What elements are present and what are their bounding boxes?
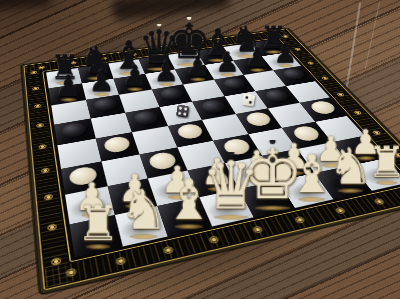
white-checker-b4[interactable] <box>102 135 131 154</box>
white-bishop-c1[interactable]: ♝ <box>163 172 213 228</box>
black-checker-c5[interactable] <box>132 109 160 126</box>
white-checker-d4[interactable] <box>175 123 205 141</box>
black-pawn-d7[interactable]: ♟ <box>154 57 179 85</box>
black-checker-f6[interactable] <box>221 77 248 91</box>
white-rook-a1[interactable]: ♜ <box>76 199 120 248</box>
black-checker-d6[interactable] <box>158 87 185 102</box>
black-pawn-h7[interactable]: ♟ <box>274 40 298 67</box>
white-checker-h4[interactable] <box>307 100 338 116</box>
black-pawn-b7[interactable]: ♟ <box>89 66 115 95</box>
square-b1[interactable]: ♞ <box>114 206 168 247</box>
chess-board: ♜♞♝♛♚♝♞♜♟♟♟♟♟♟♟♟♟♟♟♟♟♟♟♟♜♞♝♛♚♝♞♜ <box>22 28 400 294</box>
black-pawn-e7[interactable]: ♟ <box>185 52 210 80</box>
black-checker-b6[interactable] <box>92 97 118 113</box>
black-checker-h6[interactable] <box>280 68 308 81</box>
black-checker-g5[interactable] <box>263 88 292 103</box>
square-a1[interactable]: ♜ <box>70 215 123 258</box>
black-pawn-c7[interactable]: ♟ <box>122 62 148 91</box>
black-pawn-g7[interactable]: ♟ <box>245 44 269 71</box>
white-die[interactable] <box>242 93 255 106</box>
white-knight-b1[interactable]: ♞ <box>120 183 169 238</box>
black-pawn-a7[interactable]: ♟ <box>55 71 81 100</box>
black-checker-a5[interactable] <box>61 121 88 139</box>
black-die[interactable] <box>176 104 190 118</box>
white-checker-f4[interactable] <box>243 111 274 128</box>
black-checker-e5[interactable] <box>199 98 228 114</box>
square-a6[interactable] <box>51 100 90 124</box>
scene: ♜♞♝♛♚♝♞♜♟♟♟♟♟♟♟♟♟♟♟♟♟♟♟♟♜♞♝♛♚♝♞♜ <box>0 0 400 299</box>
square-a7[interactable]: ♟ <box>49 83 86 105</box>
board-grid: ♜♞♝♛♚♝♞♜♟♟♟♟♟♟♟♟♟♟♟♟♟♟♟♟♜♞♝♛♚♝♞♜ <box>46 39 400 257</box>
black-pawn-f7[interactable]: ♟ <box>215 48 240 75</box>
